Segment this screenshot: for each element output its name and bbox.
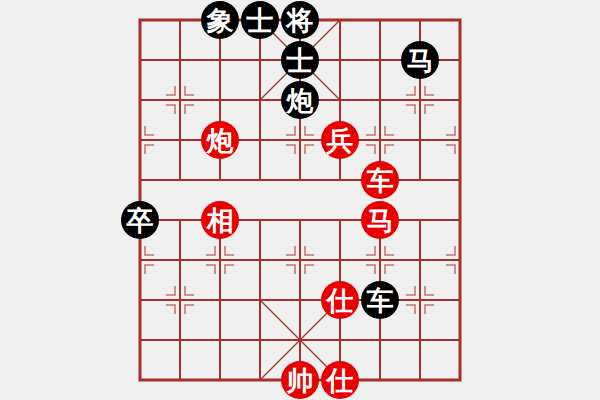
xiangqi-board[interactable]: 象士将士马炮炮兵车卒相马仕车帅仕 (120, 0, 480, 400)
piece-grid[interactable]: 象士将士马炮炮兵车卒相马仕车帅仕 (120, 0, 480, 400)
black-elephant[interactable]: 象 (201, 1, 239, 39)
xiangqi-app: 象士将士马炮炮兵车卒相马仕车帅仕 (0, 0, 600, 400)
black-advisor[interactable]: 士 (281, 41, 319, 79)
red-cannon[interactable]: 炮 (201, 121, 239, 159)
black-advisor[interactable]: 士 (241, 1, 279, 39)
red-general[interactable]: 帅 (281, 361, 319, 399)
red-chariot[interactable]: 车 (361, 161, 399, 199)
black-horse[interactable]: 马 (401, 41, 439, 79)
black-chariot[interactable]: 车 (361, 281, 399, 319)
black-soldier[interactable]: 卒 (121, 201, 159, 239)
red-elephant[interactable]: 相 (201, 201, 239, 239)
red-soldier[interactable]: 兵 (321, 121, 359, 159)
red-horse[interactable]: 马 (361, 201, 399, 239)
red-advisor[interactable]: 仕 (321, 281, 359, 319)
red-advisor[interactable]: 仕 (321, 361, 359, 399)
black-general[interactable]: 将 (281, 1, 319, 39)
black-cannon[interactable]: 炮 (281, 81, 319, 119)
